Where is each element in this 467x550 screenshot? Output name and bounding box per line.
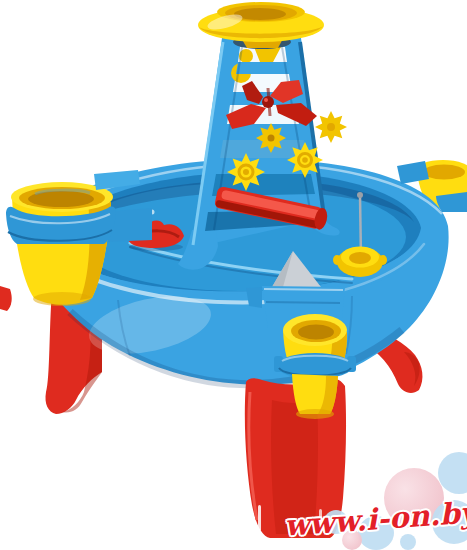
- product-photo: www.i-on.by: [0, 0, 467, 550]
- sun-gear-left-hub: [243, 169, 249, 175]
- rim-cup-left-bottom: [33, 292, 91, 306]
- waterwheel-hub-glint: [264, 98, 268, 102]
- funnel: [198, 2, 324, 49]
- tower-rung-1: [236, 62, 289, 74]
- sun-gear-far-right-hub: [327, 123, 335, 131]
- rim-cup-right-inner: [423, 165, 465, 180]
- bubble-blue-5: [400, 534, 416, 550]
- sun-gear-right-hub: [302, 157, 308, 163]
- leg-bracket-step: [266, 302, 340, 303]
- far-left-leg-sliver: [0, 286, 12, 311]
- watermark: www.i-on.by: [280, 448, 467, 550]
- leg-cup-bottom-edge: [296, 409, 334, 419]
- leg-cup-rim-deep: [298, 325, 334, 340]
- front-leg-glint-left: [258, 505, 261, 531]
- waterwheel-hub: [262, 96, 274, 108]
- yellow-boat-tab-right: [379, 255, 387, 265]
- boat-mast-knob: [357, 192, 363, 198]
- leg-bracket-top-highlight: [264, 289, 343, 290]
- yellow-boat-cockpit: [349, 252, 371, 264]
- gear-small-top-hub: [268, 135, 275, 142]
- yellow-boat-tab-left: [333, 255, 341, 265]
